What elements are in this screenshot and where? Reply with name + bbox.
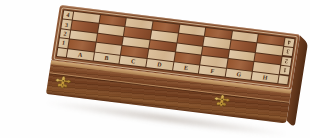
file-label-e: E xyxy=(173,62,200,74)
corner-cell-left xyxy=(57,48,67,57)
rank-label-left-4: 4 xyxy=(63,11,73,20)
rank-label-right-1: 1 xyxy=(280,66,290,75)
rank-label-right-3: 3 xyxy=(283,47,293,56)
brass-clasp-right-icon xyxy=(213,93,231,108)
rank-label-left-1: 1 xyxy=(58,38,68,47)
brass-clasp-left-icon xyxy=(54,74,72,89)
corner-cell-right xyxy=(278,75,288,84)
file-label-d: D xyxy=(146,59,173,71)
rank-label-left-2: 2 xyxy=(60,29,70,38)
file-label-f: F xyxy=(199,65,226,77)
rank-label-right-2: 2 xyxy=(281,56,291,65)
file-label-g: G xyxy=(225,68,252,80)
product-photo: 44332211ABCDEFGH xyxy=(0,0,310,138)
file-label-b: B xyxy=(93,52,120,64)
file-label-a: A xyxy=(67,49,94,61)
rank-label-right-4: 4 xyxy=(284,38,294,47)
rank-label-left-3: 3 xyxy=(61,20,71,29)
file-label-h: H xyxy=(252,72,279,84)
file-label-c: C xyxy=(120,55,147,67)
